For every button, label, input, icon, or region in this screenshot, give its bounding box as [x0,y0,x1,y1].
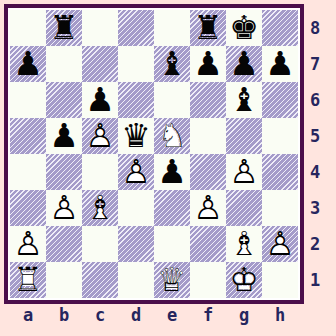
square-c7[interactable] [82,46,118,82]
square-f1[interactable] [190,262,226,298]
square-g2[interactable]: ♝♗ [226,226,262,262]
black-piece-glyph: ♟ [46,118,82,154]
square-d5[interactable]: ♛ [118,118,154,154]
square-d8[interactable] [118,10,154,46]
square-e2[interactable] [154,226,190,262]
square-a8[interactable] [10,10,46,46]
square-d6[interactable] [118,82,154,118]
square-a2[interactable]: ♟♙ [10,226,46,262]
piece-black-pawn: ♟ [226,46,262,82]
white-piece-outline: ♔ [226,262,262,298]
piece-white-knight: ♞♘ [154,118,190,154]
square-h1[interactable] [262,262,298,298]
square-f7[interactable]: ♟ [190,46,226,82]
white-piece-outline: ♖ [10,262,46,298]
piece-black-pawn: ♟ [190,46,226,82]
square-e6[interactable] [154,82,190,118]
piece-black-pawn: ♟ [82,82,118,118]
white-piece-outline: ♙ [226,154,262,190]
rank-label-6: 6 [304,82,326,118]
square-b8[interactable]: ♜ [46,10,82,46]
piece-black-pawn: ♟ [10,46,46,82]
square-d3[interactable] [118,190,154,226]
square-h8[interactable] [262,10,298,46]
square-c8[interactable] [82,10,118,46]
rank-label-3: 3 [304,190,326,226]
file-label-b: b [46,305,82,325]
white-piece-outline: ♙ [118,154,154,190]
square-e8[interactable] [154,10,190,46]
white-piece-outline: ♗ [82,190,118,226]
square-b2[interactable] [46,226,82,262]
black-piece-glyph: ♟ [10,46,46,82]
black-piece-glyph: ♟ [82,82,118,118]
black-piece-glyph: ♝ [154,46,190,82]
piece-white-pawn: ♟♙ [226,154,262,190]
file-label-c: c [82,305,118,325]
square-h3[interactable] [262,190,298,226]
file-label-e: e [154,305,190,325]
square-b7[interactable] [46,46,82,82]
white-piece-outline: ♙ [10,226,46,262]
square-f2[interactable] [190,226,226,262]
rank-label-5: 5 [304,118,326,154]
square-a4[interactable] [10,154,46,190]
square-a7[interactable]: ♟ [10,46,46,82]
file-label-f: f [190,305,226,325]
black-piece-glyph: ♟ [190,46,226,82]
white-piece-outline: ♙ [82,118,118,154]
square-c6[interactable]: ♟ [82,82,118,118]
square-g1[interactable]: ♚♔ [226,262,262,298]
square-e3[interactable] [154,190,190,226]
square-e4[interactable]: ♟ [154,154,190,190]
rank-label-1: 1 [304,262,326,298]
square-f5[interactable] [190,118,226,154]
piece-white-queen: ♛♕ [154,262,190,298]
piece-white-pawn: ♟♙ [82,118,118,154]
piece-white-pawn: ♟♙ [118,154,154,190]
piece-black-bishop: ♝ [154,46,190,82]
piece-black-pawn: ♟ [46,118,82,154]
square-e5[interactable]: ♞♘ [154,118,190,154]
piece-black-pawn: ♟ [262,46,298,82]
piece-white-king: ♚♔ [226,262,262,298]
square-d7[interactable] [118,46,154,82]
square-g6[interactable]: ♝ [226,82,262,118]
square-g8[interactable]: ♚ [226,10,262,46]
black-piece-glyph: ♚ [226,10,262,46]
square-h4[interactable] [262,154,298,190]
square-g4[interactable]: ♟♙ [226,154,262,190]
rank-label-7: 7 [304,46,326,82]
piece-white-rook: ♜♖ [10,262,46,298]
black-piece-glyph: ♝ [226,82,262,118]
square-c3[interactable]: ♝♗ [82,190,118,226]
square-c1[interactable] [82,262,118,298]
square-a5[interactable] [10,118,46,154]
black-piece-glyph: ♟ [154,154,190,190]
chess-board: ♜♜♚♟♝♟♟♟♟♝♟♟♙♛♞♘♟♙♟♟♙♟♙♝♗♟♙♟♙♝♗♟♙♜♖♛♕♚♔ [10,10,298,298]
square-g3[interactable] [226,190,262,226]
square-d1[interactable] [118,262,154,298]
square-b5[interactable]: ♟ [46,118,82,154]
white-piece-outline: ♙ [262,226,298,262]
rank-label-4: 4 [304,154,326,190]
square-e7[interactable]: ♝ [154,46,190,82]
square-f8[interactable]: ♜ [190,10,226,46]
rank-label-2: 2 [304,226,326,262]
white-piece-outline: ♘ [154,118,190,154]
square-g5[interactable] [226,118,262,154]
chess-board-frame: ♜♜♚♟♝♟♟♟♟♝♟♟♙♛♞♘♟♙♟♟♙♟♙♝♗♟♙♟♙♝♗♟♙♜♖♛♕♚♔ [4,4,304,304]
rank-label-8: 8 [304,10,326,46]
piece-black-rook: ♜ [190,10,226,46]
black-piece-glyph: ♛ [118,118,154,154]
piece-white-pawn: ♟♙ [190,190,226,226]
white-piece-outline: ♙ [190,190,226,226]
file-labels: abcdefgh [10,305,298,325]
black-piece-glyph: ♜ [46,10,82,46]
square-b4[interactable] [46,154,82,190]
piece-black-queen: ♛ [118,118,154,154]
piece-black-rook: ♜ [46,10,82,46]
white-piece-outline: ♙ [46,190,82,226]
black-piece-glyph: ♟ [262,46,298,82]
square-c5[interactable]: ♟♙ [82,118,118,154]
square-f6[interactable] [190,82,226,118]
square-h2[interactable]: ♟♙ [262,226,298,262]
file-label-h: h [262,305,298,325]
piece-white-bishop: ♝♗ [226,226,262,262]
square-a1[interactable]: ♜♖ [10,262,46,298]
chess-diagram: ♜♜♚♟♝♟♟♟♟♝♟♟♙♛♞♘♟♙♟♟♙♟♙♝♗♟♙♟♙♝♗♟♙♜♖♛♕♚♔ … [0,0,336,336]
square-b3[interactable]: ♟♙ [46,190,82,226]
black-piece-glyph: ♜ [190,10,226,46]
square-e1[interactable]: ♛♕ [154,262,190,298]
square-f4[interactable] [190,154,226,190]
square-d4[interactable]: ♟♙ [118,154,154,190]
square-h7[interactable]: ♟ [262,46,298,82]
black-piece-glyph: ♟ [226,46,262,82]
square-b1[interactable] [46,262,82,298]
square-a6[interactable] [10,82,46,118]
square-b6[interactable] [46,82,82,118]
white-piece-outline: ♕ [154,262,190,298]
square-a3[interactable] [10,190,46,226]
piece-white-pawn: ♟♙ [46,190,82,226]
square-h5[interactable] [262,118,298,154]
piece-white-pawn: ♟♙ [10,226,46,262]
file-label-g: g [226,305,262,325]
square-c2[interactable] [82,226,118,262]
rank-labels: 87654321 [304,10,326,298]
file-label-a: a [10,305,46,325]
square-c4[interactable] [82,154,118,190]
piece-black-king: ♚ [226,10,262,46]
piece-white-pawn: ♟♙ [262,226,298,262]
square-g7[interactable]: ♟ [226,46,262,82]
piece-black-pawn: ♟ [154,154,190,190]
square-d2[interactable] [118,226,154,262]
file-label-d: d [118,305,154,325]
white-piece-outline: ♗ [226,226,262,262]
square-f3[interactable]: ♟♙ [190,190,226,226]
piece-black-bishop: ♝ [226,82,262,118]
square-h6[interactable] [262,82,298,118]
piece-white-bishop: ♝♗ [82,190,118,226]
